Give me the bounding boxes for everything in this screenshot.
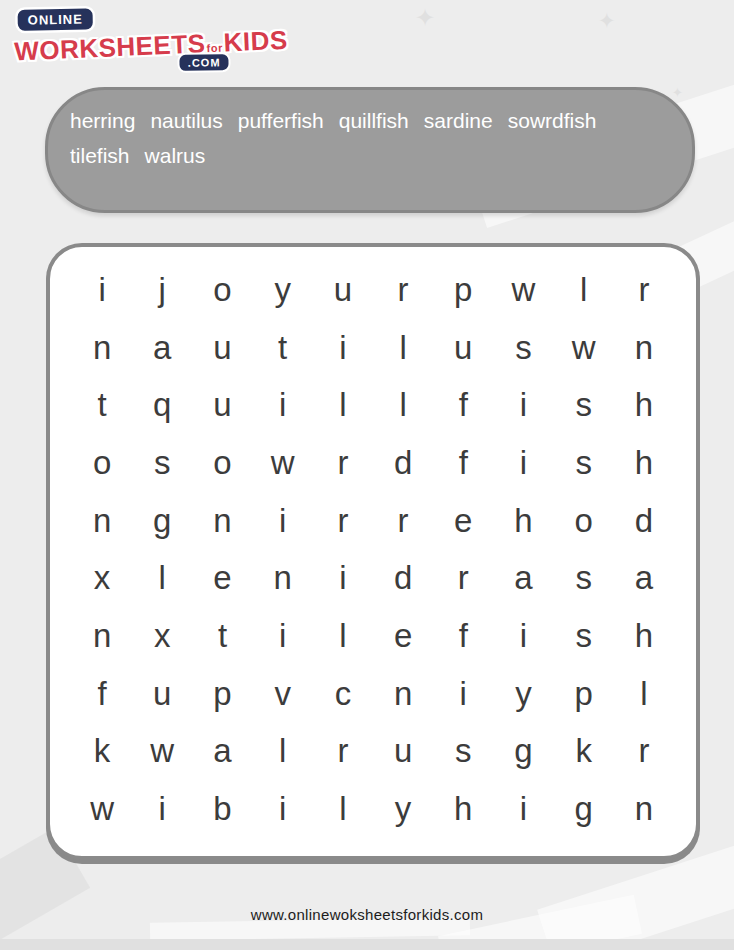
grid-cell-r5c3[interactable]: n <box>192 492 252 550</box>
grid-cell-r2c5[interactable]: i <box>313 319 373 377</box>
grid-cell-r8c9[interactable]: p <box>554 665 614 723</box>
grid-cell-r6c4[interactable]: n <box>253 550 313 608</box>
word-bank-word: tilefish <box>70 139 130 172</box>
grid-cell-r8c6[interactable]: n <box>373 665 433 723</box>
grid-cell-r7c1[interactable]: n <box>72 607 132 665</box>
grid-cell-r8c1[interactable]: f <box>72 665 132 723</box>
grid-cell-r9c10[interactable]: r <box>614 723 674 781</box>
grid-cell-r1c7[interactable]: p <box>433 261 493 319</box>
grid-cell-r6c6[interactable]: d <box>373 550 433 608</box>
grid-cell-r5c10[interactable]: d <box>614 492 674 550</box>
grid-cell-r2c10[interactable]: n <box>614 319 674 377</box>
grid-cell-r9c4[interactable]: l <box>253 723 313 781</box>
grid-cell-r5c8[interactable]: h <box>493 492 553 550</box>
grid-cell-r2c7[interactable]: u <box>433 319 493 377</box>
grid-cell-r4c7[interactable]: f <box>433 434 493 492</box>
grid-cell-r10c3[interactable]: b <box>192 780 252 838</box>
logo-online-badge: ONLINE <box>18 8 93 30</box>
grid-cell-r6c5[interactable]: i <box>313 550 373 608</box>
grid-cell-r8c7[interactable]: i <box>433 665 493 723</box>
logo-title-for: for <box>206 41 223 54</box>
grid-cell-r1c6[interactable]: r <box>373 261 433 319</box>
grid-cell-r2c9[interactable]: w <box>554 319 614 377</box>
grid-cell-r7c8[interactable]: i <box>493 607 553 665</box>
grid-cell-r7c6[interactable]: e <box>373 607 433 665</box>
grid-cell-r5c5[interactable]: r <box>313 492 373 550</box>
word-bank-word: herring <box>70 104 135 137</box>
grid-cell-r3c6[interactable]: l <box>373 376 433 434</box>
grid-cell-r2c3[interactable]: u <box>192 319 252 377</box>
grid-cell-r2c4[interactable]: t <box>253 319 313 377</box>
grid-cell-r10c10[interactable]: n <box>614 780 674 838</box>
word-bank: herringnautiluspufferfishquillfishsardin… <box>45 87 695 213</box>
grid-cell-r4c1[interactable]: o <box>72 434 132 492</box>
grid-cell-r3c2[interactable]: q <box>132 376 192 434</box>
grid-cell-r6c9[interactable]: s <box>554 550 614 608</box>
grid-cell-r4c2[interactable]: s <box>132 434 192 492</box>
grid-cell-r2c1[interactable]: n <box>72 319 132 377</box>
grid-cell-r10c4[interactable]: i <box>253 780 313 838</box>
grid-cell-r6c7[interactable]: r <box>433 550 493 608</box>
grid-cell-r3c9[interactable]: s <box>554 376 614 434</box>
grid-cell-r1c5[interactable]: u <box>313 261 373 319</box>
grid-cell-r8c3[interactable]: p <box>192 665 252 723</box>
grid-cell-r3c8[interactable]: i <box>493 376 553 434</box>
word-bank-list: herringnautiluspufferfishquillfishsardin… <box>70 104 670 174</box>
background-sparkle-icon: ✦ <box>415 6 435 30</box>
word-bank-word: sowrdfish <box>508 104 597 137</box>
grid-cell-r9c1[interactable]: k <box>72 723 132 781</box>
logo-com-badge: .COM <box>180 54 229 71</box>
grid-cell-r4c3[interactable]: o <box>192 434 252 492</box>
grid-cell-r7c9[interactable]: s <box>554 607 614 665</box>
background-bottom-strip <box>0 939 734 950</box>
grid-cell-r9c9[interactable]: k <box>554 723 614 781</box>
grid-cell-r10c7[interactable]: h <box>433 780 493 838</box>
background-sparkle-icon: ✦ <box>672 86 683 99</box>
grid-cell-r6c10[interactable]: a <box>614 550 674 608</box>
grid-cell-r3c10[interactable]: h <box>614 376 674 434</box>
grid-cell-r3c4[interactable]: i <box>253 376 313 434</box>
grid-cell-r8c4[interactable]: v <box>253 665 313 723</box>
grid-cell-r10c1[interactable]: w <box>72 780 132 838</box>
grid-cell-r7c7[interactable]: f <box>433 607 493 665</box>
grid-cell-r5c6[interactable]: r <box>373 492 433 550</box>
word-bank-word: quillfish <box>339 104 409 137</box>
grid-cell-r7c10[interactable]: h <box>614 607 674 665</box>
grid-cell-r10c5[interactable]: l <box>313 780 373 838</box>
grid-cell-r9c8[interactable]: g <box>493 723 553 781</box>
grid-cell-r1c3[interactable]: o <box>192 261 252 319</box>
grid-cell-r5c1[interactable]: n <box>72 492 132 550</box>
word-bank-word: walrus <box>145 139 206 172</box>
grid-cell-r7c3[interactable]: t <box>192 607 252 665</box>
grid-cell-r8c10[interactable]: l <box>614 665 674 723</box>
grid-cell-r8c8[interactable]: y <box>493 665 553 723</box>
background-sparkle-icon: ✦ <box>598 10 616 31</box>
grid-cell-r1c1[interactable]: i <box>72 261 132 319</box>
grid-cell-r5c7[interactable]: e <box>433 492 493 550</box>
grid-cell-r1c4[interactable]: y <box>253 261 313 319</box>
word-bank-word: nautilus <box>150 104 222 137</box>
footer-url: www.onlinewoksheetsforkids.com <box>0 906 734 923</box>
grid-cell-r10c8[interactable]: i <box>493 780 553 838</box>
grid-cell-r4c10[interactable]: h <box>614 434 674 492</box>
site-logo: ONLINE WORKSHEETSforKIDS .COM <box>14 6 225 65</box>
grid-cell-r6c3[interactable]: e <box>192 550 252 608</box>
logo-title-main: WORKSHEETS <box>14 28 206 66</box>
grid-cell-r10c9[interactable]: g <box>554 780 614 838</box>
grid-cell-r4c5[interactable]: r <box>313 434 373 492</box>
grid-cell-r1c2[interactable]: j <box>132 261 192 319</box>
grid-cell-r4c6[interactable]: d <box>373 434 433 492</box>
word-bank-word: sardine <box>424 104 493 137</box>
grid-cell-r9c6[interactable]: u <box>373 723 433 781</box>
grid-cell-r2c2[interactable]: a <box>132 319 192 377</box>
grid-cell-r10c6[interactable]: y <box>373 780 433 838</box>
grid-cell-r9c3[interactable]: a <box>192 723 252 781</box>
grid-cell-r7c4[interactable]: i <box>253 607 313 665</box>
grid-cell-r6c1[interactable]: x <box>72 550 132 608</box>
word-bank-word: pufferfish <box>238 104 324 137</box>
grid-cell-r2c8[interactable]: s <box>493 319 553 377</box>
logo-title-kids: KIDS <box>223 25 288 58</box>
grid-cell-r9c5[interactable]: r <box>313 723 373 781</box>
grid-cell-r1c10[interactable]: r <box>614 261 674 319</box>
grid-cell-r6c2[interactable]: l <box>132 550 192 608</box>
grid-cell-r4c8[interactable]: i <box>493 434 553 492</box>
grid-cell-r3c5[interactable]: l <box>313 376 373 434</box>
grid-cell-r2c6[interactable]: l <box>373 319 433 377</box>
word-search-board: ijoyurpwlrnautiluswntquillfishosowrdfish… <box>46 243 700 860</box>
grid-cell-r7c5[interactable]: l <box>313 607 373 665</box>
grid-cell-r3c7[interactable]: f <box>433 376 493 434</box>
grid-cell-r9c2[interactable]: w <box>132 723 192 781</box>
word-grid: ijoyurpwlrnautiluswntquillfishosowrdfish… <box>50 247 696 856</box>
grid-cell-r3c3[interactable]: u <box>192 376 252 434</box>
grid-cell-r5c4[interactable]: i <box>253 492 313 550</box>
grid-cell-r7c2[interactable]: x <box>132 607 192 665</box>
grid-cell-r5c2[interactable]: g <box>132 492 192 550</box>
grid-cell-r9c7[interactable]: s <box>433 723 493 781</box>
grid-cell-r4c9[interactable]: s <box>554 434 614 492</box>
grid-cell-r5c9[interactable]: o <box>554 492 614 550</box>
grid-cell-r3c1[interactable]: t <box>72 376 132 434</box>
grid-cell-r8c2[interactable]: u <box>132 665 192 723</box>
grid-cell-r1c9[interactable]: l <box>554 261 614 319</box>
grid-cell-r10c2[interactable]: i <box>132 780 192 838</box>
grid-cell-r4c4[interactable]: w <box>253 434 313 492</box>
grid-cell-r8c5[interactable]: c <box>313 665 373 723</box>
grid-cell-r1c8[interactable]: w <box>493 261 553 319</box>
grid-cell-r6c8[interactable]: a <box>493 550 553 608</box>
